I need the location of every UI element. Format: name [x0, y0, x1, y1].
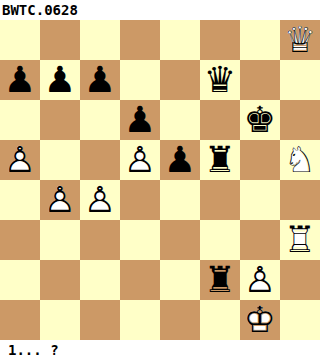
square-b3[interactable] [40, 220, 80, 260]
square-h7[interactable] [280, 60, 320, 100]
square-e2[interactable] [160, 260, 200, 300]
piece-black-pawn: ♟ [120, 100, 160, 140]
chess-board[interactable]: ♛♕♟♟♟♛♟♚♟♙♟♙♟♜♞♘♟♙♟♙♜♖♜♟♙♚♔ [0, 20, 320, 340]
square-c1[interactable] [80, 300, 120, 340]
square-h6[interactable] [280, 100, 320, 140]
square-f4[interactable] [200, 180, 240, 220]
square-b2[interactable] [40, 260, 80, 300]
square-f6[interactable] [200, 100, 240, 140]
square-b6[interactable] [40, 100, 80, 140]
square-e4[interactable] [160, 180, 200, 220]
square-g2[interactable]: ♟♙ [240, 260, 280, 300]
square-b1[interactable] [40, 300, 80, 340]
square-d6[interactable]: ♟ [120, 100, 160, 140]
square-h2[interactable] [280, 260, 320, 300]
square-g6[interactable]: ♚ [240, 100, 280, 140]
square-c8[interactable] [80, 20, 120, 60]
piece-white-pawn: ♟♙ [0, 140, 40, 180]
square-g3[interactable] [240, 220, 280, 260]
piece-white-queen: ♛♕ [280, 20, 320, 60]
square-g5[interactable] [240, 140, 280, 180]
piece-white-pawn: ♟♙ [240, 260, 280, 300]
piece-white-king: ♚♔ [240, 300, 280, 340]
square-d4[interactable] [120, 180, 160, 220]
square-h8[interactable]: ♛♕ [280, 20, 320, 60]
square-f5[interactable]: ♜ [200, 140, 240, 180]
square-a2[interactable] [0, 260, 40, 300]
square-g7[interactable] [240, 60, 280, 100]
square-a4[interactable] [0, 180, 40, 220]
square-h4[interactable] [280, 180, 320, 220]
square-a3[interactable] [0, 220, 40, 260]
square-e3[interactable] [160, 220, 200, 260]
square-c3[interactable] [80, 220, 120, 260]
square-a5[interactable]: ♟♙ [0, 140, 40, 180]
square-b8[interactable] [40, 20, 80, 60]
square-c6[interactable] [80, 100, 120, 140]
square-f1[interactable] [200, 300, 240, 340]
square-g4[interactable] [240, 180, 280, 220]
move-prompt: 1... ? [0, 340, 320, 360]
square-a7[interactable]: ♟ [0, 60, 40, 100]
square-d7[interactable] [120, 60, 160, 100]
square-a8[interactable] [0, 20, 40, 60]
square-c4[interactable]: ♟♙ [80, 180, 120, 220]
piece-black-rook: ♜ [200, 260, 240, 300]
square-c2[interactable] [80, 260, 120, 300]
square-d1[interactable] [120, 300, 160, 340]
square-f2[interactable]: ♜ [200, 260, 240, 300]
square-h1[interactable] [280, 300, 320, 340]
square-a6[interactable] [0, 100, 40, 140]
piece-white-pawn: ♟♙ [120, 140, 160, 180]
square-f7[interactable]: ♛ [200, 60, 240, 100]
square-f3[interactable] [200, 220, 240, 260]
square-h5[interactable]: ♞♘ [280, 140, 320, 180]
piece-black-pawn: ♟ [160, 140, 200, 180]
square-e5[interactable]: ♟ [160, 140, 200, 180]
piece-white-knight: ♞♘ [280, 140, 320, 180]
square-e6[interactable] [160, 100, 200, 140]
square-a1[interactable] [0, 300, 40, 340]
square-b5[interactable] [40, 140, 80, 180]
chess-puzzle-page: BWTC.0628 ♛♕♟♟♟♛♟♚♟♙♟♙♟♜♞♘♟♙♟♙♜♖♜♟♙♚♔ 1.… [0, 0, 320, 360]
square-e8[interactable] [160, 20, 200, 60]
square-b7[interactable]: ♟ [40, 60, 80, 100]
square-e7[interactable] [160, 60, 200, 100]
piece-white-rook: ♜♖ [280, 220, 320, 260]
square-h3[interactable]: ♜♖ [280, 220, 320, 260]
piece-black-queen: ♛ [200, 60, 240, 100]
puzzle-id-title: BWTC.0628 [0, 0, 320, 20]
square-c5[interactable] [80, 140, 120, 180]
square-f8[interactable] [200, 20, 240, 60]
piece-black-king: ♚ [240, 100, 280, 140]
square-g1[interactable]: ♚♔ [240, 300, 280, 340]
piece-white-pawn: ♟♙ [80, 180, 120, 220]
piece-white-pawn: ♟♙ [40, 180, 80, 220]
square-d5[interactable]: ♟♙ [120, 140, 160, 180]
square-e1[interactable] [160, 300, 200, 340]
square-d3[interactable] [120, 220, 160, 260]
piece-black-pawn: ♟ [40, 60, 80, 100]
square-d2[interactable] [120, 260, 160, 300]
square-c7[interactable]: ♟ [80, 60, 120, 100]
square-b4[interactable]: ♟♙ [40, 180, 80, 220]
piece-black-pawn: ♟ [0, 60, 40, 100]
square-d8[interactable] [120, 20, 160, 60]
piece-black-rook: ♜ [200, 140, 240, 180]
piece-black-pawn: ♟ [80, 60, 120, 100]
square-g8[interactable] [240, 20, 280, 60]
